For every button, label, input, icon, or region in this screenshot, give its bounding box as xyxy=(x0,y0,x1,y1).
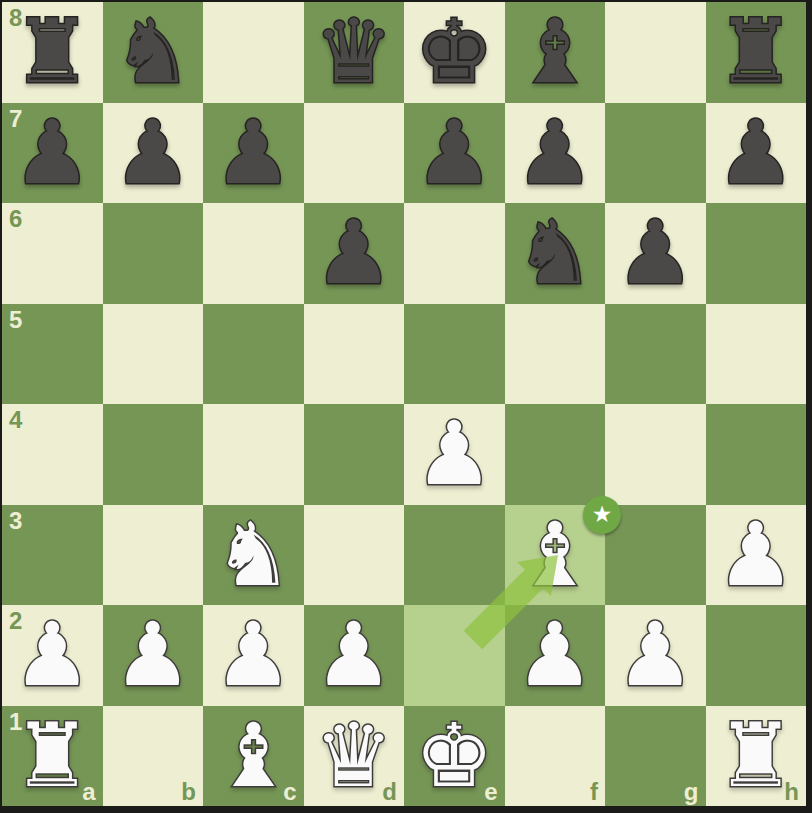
square-e6[interactable] xyxy=(404,203,505,304)
white-pawn-e4[interactable]: ♟ xyxy=(404,404,505,505)
black-pawn-g6[interactable]: ♟ xyxy=(605,203,706,304)
square-a3[interactable]: 3 xyxy=(2,505,103,606)
square-f5[interactable] xyxy=(505,304,606,405)
rank-label-5: 5 xyxy=(9,308,22,332)
square-d3[interactable] xyxy=(304,505,405,606)
square-h2[interactable] xyxy=(706,605,807,706)
square-h6[interactable] xyxy=(706,203,807,304)
black-bishop-f8[interactable]: ♝ xyxy=(505,2,606,103)
star-icon: ★ xyxy=(592,503,613,526)
square-d2[interactable]: ♟ xyxy=(304,605,405,706)
black-rook-a8[interactable]: ♜ xyxy=(2,2,103,103)
square-h3[interactable]: ♟ xyxy=(706,505,807,606)
black-pawn-b7[interactable]: ♟ xyxy=(103,103,204,204)
white-pawn-d2[interactable]: ♟ xyxy=(304,605,405,706)
square-f2[interactable]: ♟ xyxy=(505,605,606,706)
square-b3[interactable] xyxy=(103,505,204,606)
square-f1[interactable]: f xyxy=(505,706,606,807)
white-pawn-c2[interactable]: ♟ xyxy=(203,605,304,706)
black-rook-h8[interactable]: ♜ xyxy=(706,2,807,103)
square-b1[interactable]: b xyxy=(103,706,204,807)
white-rook-a1[interactable]: ♜ xyxy=(2,706,103,807)
black-knight-b8[interactable]: ♞ xyxy=(103,2,204,103)
square-e8[interactable]: ♚ xyxy=(404,2,505,103)
square-a4[interactable]: 4 xyxy=(2,404,103,505)
square-b4[interactable] xyxy=(103,404,204,505)
square-g8[interactable] xyxy=(605,2,706,103)
square-b7[interactable]: ♟ xyxy=(103,103,204,204)
black-pawn-f7[interactable]: ♟ xyxy=(505,103,606,204)
square-g4[interactable] xyxy=(605,404,706,505)
square-f7[interactable]: ♟ xyxy=(505,103,606,204)
square-f8[interactable]: ♝ xyxy=(505,2,606,103)
square-b2[interactable]: ♟ xyxy=(103,605,204,706)
black-pawn-h7[interactable]: ♟ xyxy=(706,103,807,204)
black-pawn-d6[interactable]: ♟ xyxy=(304,203,405,304)
square-d1[interactable]: d♛ xyxy=(304,706,405,807)
square-c4[interactable] xyxy=(203,404,304,505)
square-g1[interactable]: g xyxy=(605,706,706,807)
square-a6[interactable]: 6 xyxy=(2,203,103,304)
square-c8[interactable] xyxy=(203,2,304,103)
white-king-e1[interactable]: ♚ xyxy=(404,706,505,807)
square-f6[interactable]: ♞ xyxy=(505,203,606,304)
square-d4[interactable] xyxy=(304,404,405,505)
file-label-b: b xyxy=(181,780,196,804)
square-g5[interactable] xyxy=(605,304,706,405)
square-h5[interactable] xyxy=(706,304,807,405)
square-h4[interactable] xyxy=(706,404,807,505)
square-e3[interactable] xyxy=(404,505,505,606)
white-knight-c3[interactable]: ♞ xyxy=(203,505,304,606)
square-h7[interactable]: ♟ xyxy=(706,103,807,204)
rank-label-4: 4 xyxy=(9,408,22,432)
square-g2[interactable]: ♟ xyxy=(605,605,706,706)
square-c3[interactable]: ♞ xyxy=(203,505,304,606)
white-rook-h1[interactable]: ♜ xyxy=(706,706,807,807)
square-e5[interactable] xyxy=(404,304,505,405)
black-pawn-c7[interactable]: ♟ xyxy=(203,103,304,204)
square-g6[interactable]: ♟ xyxy=(605,203,706,304)
square-h1[interactable]: h♜ xyxy=(706,706,807,807)
black-knight-f6[interactable]: ♞ xyxy=(505,203,606,304)
square-d5[interactable] xyxy=(304,304,405,405)
square-d6[interactable]: ♟ xyxy=(304,203,405,304)
black-queen-d8[interactable]: ♛ xyxy=(304,2,405,103)
square-b8[interactable]: ♞ xyxy=(103,2,204,103)
square-a2[interactable]: 2♟ xyxy=(2,605,103,706)
square-c2[interactable]: ♟ xyxy=(203,605,304,706)
square-a1[interactable]: 1a♜ xyxy=(2,706,103,807)
black-pawn-a7[interactable]: ♟ xyxy=(2,103,103,204)
best-move-star-badge: ★ xyxy=(583,496,621,534)
square-a8[interactable]: 8♜ xyxy=(2,2,103,103)
white-pawn-b2[interactable]: ♟ xyxy=(103,605,204,706)
rank-label-6: 6 xyxy=(9,207,22,231)
square-e2[interactable] xyxy=(404,605,505,706)
white-pawn-a2[interactable]: ♟ xyxy=(2,605,103,706)
rank-label-3: 3 xyxy=(9,509,22,533)
square-f4[interactable] xyxy=(505,404,606,505)
square-c1[interactable]: c♝ xyxy=(203,706,304,807)
square-c5[interactable] xyxy=(203,304,304,405)
square-b6[interactable] xyxy=(103,203,204,304)
square-g7[interactable] xyxy=(605,103,706,204)
square-d8[interactable]: ♛ xyxy=(304,2,405,103)
square-b5[interactable] xyxy=(103,304,204,405)
square-d7[interactable] xyxy=(304,103,405,204)
white-pawn-f2[interactable]: ♟ xyxy=(505,605,606,706)
square-h8[interactable]: ♜ xyxy=(706,2,807,103)
square-c6[interactable] xyxy=(203,203,304,304)
file-label-g: g xyxy=(684,780,699,804)
chess-board: ★ 8♜♞♛♚♝♜7♟♟♟♟♟♟6♟♞♟54♟3♞♝♟2♟♟♟♟♟♟1a♜bc♝… xyxy=(2,2,806,806)
white-pawn-h3[interactable]: ♟ xyxy=(706,505,807,606)
square-a7[interactable]: 7♟ xyxy=(2,103,103,204)
square-c7[interactable]: ♟ xyxy=(203,103,304,204)
square-a5[interactable]: 5 xyxy=(2,304,103,405)
white-pawn-g2[interactable]: ♟ xyxy=(605,605,706,706)
file-label-f: f xyxy=(590,780,598,804)
square-e1[interactable]: e♚ xyxy=(404,706,505,807)
white-queen-d1[interactable]: ♛ xyxy=(304,706,405,807)
white-bishop-c1[interactable]: ♝ xyxy=(203,706,304,807)
black-pawn-e7[interactable]: ♟ xyxy=(404,103,505,204)
black-king-e8[interactable]: ♚ xyxy=(404,2,505,103)
square-e7[interactable]: ♟ xyxy=(404,103,505,204)
square-e4[interactable]: ♟ xyxy=(404,404,505,505)
